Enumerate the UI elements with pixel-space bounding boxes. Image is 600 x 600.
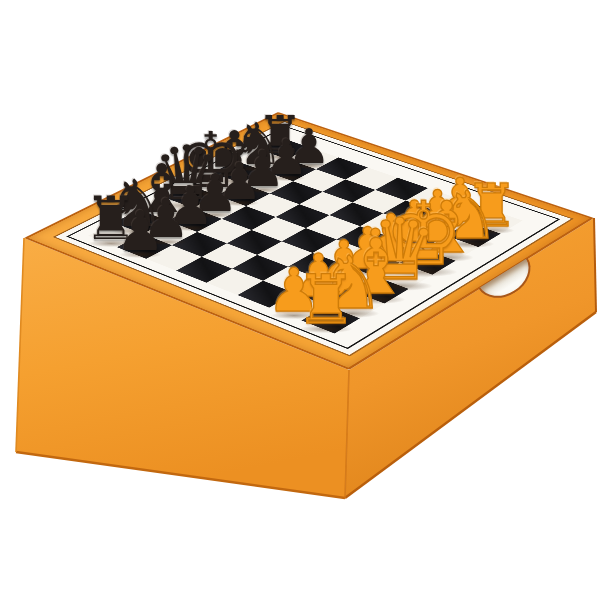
product-photo-stage: ♜♟♞♟♝♟♚♟♛♟♝♟♟♜♞♟♟♞♜♟♟♝♟♚♟♛♟♝♟♞♟♜	[0, 0, 600, 600]
piece-black-pawn-a7[interactable]: ♟	[113, 204, 168, 259]
pawn-icon: ♟	[113, 204, 168, 259]
piece-orange-rook-a1[interactable]: ♜	[292, 266, 360, 334]
rook-icon: ♜	[292, 266, 360, 334]
